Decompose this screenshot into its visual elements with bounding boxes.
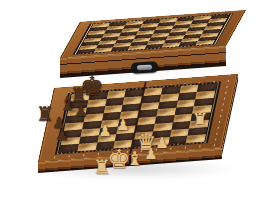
front-fold-seam (129, 155, 131, 166)
board-square (77, 143, 97, 152)
board-square (168, 136, 188, 145)
board-square (59, 144, 79, 153)
board-square (150, 137, 170, 146)
board-top (38, 74, 238, 162)
metal-clasp (131, 61, 159, 74)
board-square (132, 139, 152, 148)
clasp-bar (137, 64, 152, 70)
product-photo-chess-set: ♜♟♝♜♚♟♟♟♟♛♟♜♜♚♝♟ (0, 0, 256, 218)
board-square (95, 141, 115, 150)
board-square (186, 134, 206, 143)
